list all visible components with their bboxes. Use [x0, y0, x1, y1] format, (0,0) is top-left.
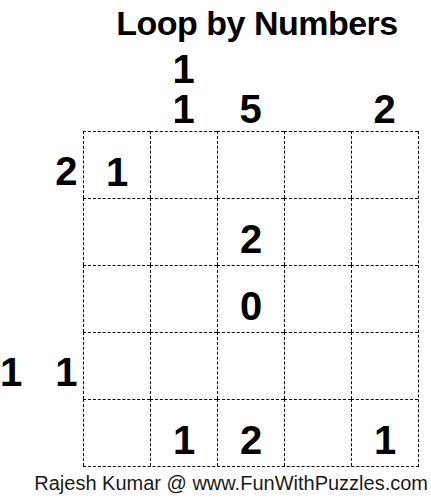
cell-number: 0	[240, 286, 262, 326]
left-clue-row-5	[0, 399, 92, 466]
left-clue-row4: 1	[55, 352, 77, 392]
cell-r2c4[interactable]	[284, 198, 351, 265]
cell-r2c5[interactable]	[351, 198, 418, 265]
puzzle-grid: 120121	[83, 131, 419, 467]
left-clue-row4: 1	[0, 352, 22, 392]
cell-number: 2	[240, 420, 262, 460]
top-clue-empty	[83, 89, 150, 129]
top-clue-row-2: 152	[83, 89, 419, 129]
top-clues: 1152	[83, 49, 419, 129]
left-clue-row-3	[0, 265, 92, 332]
cell-r4c4[interactable]	[284, 332, 351, 399]
cell-r4c5[interactable]	[351, 332, 418, 399]
cell-r4c3[interactable]	[217, 332, 284, 399]
cell-r3c3[interactable]: 0	[217, 265, 284, 332]
top-clue-row-1: 1	[83, 49, 419, 89]
cell-r3c4[interactable]	[284, 265, 351, 332]
top-clue-col2: 1	[150, 89, 217, 129]
cell-r2c3[interactable]: 2	[217, 198, 284, 265]
cell-r2c1[interactable]	[83, 198, 150, 265]
cell-number: 1	[106, 152, 128, 192]
cell-r2c2[interactable]	[150, 198, 217, 265]
cell-r5c2[interactable]: 1	[150, 399, 217, 466]
attribution-footer: Rajesh Kumar @ www.FunWithPuzzles.com	[34, 472, 428, 495]
cell-r4c2[interactable]	[150, 332, 217, 399]
top-clue-empty	[284, 89, 351, 129]
cell-r5c1[interactable]	[83, 399, 150, 466]
puzzle-page: Loop by Numbers 1152 211 120121 Rajesh K…	[0, 0, 431, 501]
cell-r5c4[interactable]	[284, 399, 351, 466]
top-clue-col5: 2	[351, 89, 418, 129]
cell-r1c1[interactable]: 1	[83, 131, 150, 198]
cell-r4c1[interactable]	[83, 332, 150, 399]
left-clue-row-1: 2	[0, 131, 92, 198]
top-clue-empty	[83, 49, 150, 89]
top-clue-empty	[284, 49, 351, 89]
cell-r5c3[interactable]: 2	[217, 399, 284, 466]
cell-r3c2[interactable]	[150, 265, 217, 332]
cell-r5c5[interactable]: 1	[351, 399, 418, 466]
left-clues: 211	[0, 131, 76, 466]
cell-r1c3[interactable]	[217, 131, 284, 198]
cell-r1c2[interactable]	[150, 131, 217, 198]
top-clue-col3: 5	[217, 89, 284, 129]
cell-r3c1[interactable]	[83, 265, 150, 332]
cell-number: 1	[374, 420, 396, 460]
cell-r1c4[interactable]	[284, 131, 351, 198]
top-clue-col2: 1	[150, 49, 217, 89]
top-clue-empty	[351, 49, 418, 89]
cell-number: 2	[240, 219, 262, 259]
cell-r3c5[interactable]	[351, 265, 418, 332]
cell-r1c5[interactable]	[351, 131, 418, 198]
left-clue-row-4: 11	[0, 332, 92, 399]
cell-number: 1	[173, 420, 195, 460]
left-clue-row-2	[0, 198, 92, 265]
left-clue-row1: 2	[55, 151, 77, 191]
top-clue-empty	[217, 49, 284, 89]
puzzle-title: Loop by Numbers	[83, 4, 431, 43]
